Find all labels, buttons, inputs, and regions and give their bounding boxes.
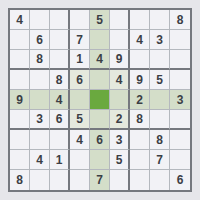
cell-r8c7[interactable] [130, 150, 150, 170]
cell-r2c1[interactable] [10, 30, 30, 50]
cell-r7c7[interactable] [130, 130, 150, 150]
cell-r9c7[interactable] [130, 170, 150, 190]
cell-r3c3[interactable] [50, 50, 70, 70]
cell-r6c4[interactable]: 5 [70, 110, 90, 130]
cell-r6c3[interactable]: 6 [50, 110, 70, 130]
digit: 6 [76, 74, 83, 86]
cell-r8c3[interactable]: 1 [50, 150, 70, 170]
cell-r6c2[interactable]: 3 [30, 110, 50, 130]
cell-r8c9[interactable] [170, 150, 190, 170]
cell-r3c4[interactable]: 1 [70, 50, 90, 70]
digit: 4 [116, 74, 123, 86]
cell-r4c4[interactable]: 6 [70, 70, 90, 90]
digit: 8 [56, 74, 63, 86]
cell-r1c1[interactable]: 4 [10, 10, 30, 30]
digit: 7 [96, 174, 103, 186]
cell-r1c8[interactable] [150, 10, 170, 30]
cell-r7c3[interactable] [50, 130, 70, 150]
digit: 5 [116, 154, 123, 166]
digit: 6 [96, 134, 103, 146]
cell-r4c5[interactable] [90, 70, 110, 90]
cell-r1c5[interactable]: 5 [90, 10, 110, 30]
cell-r5c9[interactable]: 3 [170, 90, 190, 110]
cell-r6c6[interactable]: 2 [110, 110, 130, 130]
cell-r9c8[interactable] [150, 170, 170, 190]
cell-r2c8[interactable]: 3 [150, 30, 170, 50]
cell-r7c8[interactable]: 8 [150, 130, 170, 150]
cell-r9c1[interactable]: 8 [10, 170, 30, 190]
cell-r3c9[interactable] [170, 50, 190, 70]
cell-r9c5[interactable]: 7 [90, 170, 110, 190]
cell-r7c1[interactable] [10, 130, 30, 150]
digit: 1 [56, 154, 63, 166]
digit: 4 [96, 53, 103, 65]
cell-r9c6[interactable] [110, 170, 130, 190]
cell-r6c7[interactable]: 8 [130, 110, 150, 130]
digit: 9 [116, 53, 123, 65]
digit: 5 [156, 74, 163, 86]
digit: 2 [136, 94, 143, 106]
digit: 2 [116, 113, 123, 125]
digit: 9 [136, 74, 143, 86]
cell-r6c8[interactable] [150, 110, 170, 130]
cell-r5c6[interactable] [110, 90, 130, 110]
cell-r1c7[interactable] [130, 10, 150, 30]
cell-r8c2[interactable]: 4 [30, 150, 50, 170]
cell-r2c4[interactable]: 7 [70, 30, 90, 50]
digit: 8 [156, 134, 163, 146]
cell-r9c9[interactable]: 6 [170, 170, 190, 190]
cell-r4c3[interactable]: 8 [50, 70, 70, 90]
cell-r3c1[interactable] [10, 50, 30, 70]
cell-r1c6[interactable] [110, 10, 130, 30]
cell-r9c4[interactable] [70, 170, 90, 190]
cell-r2c2[interactable]: 6 [30, 30, 50, 50]
cell-r7c6[interactable]: 3 [110, 130, 130, 150]
cell-r2c9[interactable] [170, 30, 190, 50]
cell-r8c8[interactable]: 7 [150, 150, 170, 170]
cell-r7c9[interactable] [170, 130, 190, 150]
cell-r4c7[interactable]: 9 [130, 70, 150, 90]
cell-r2c7[interactable]: 4 [130, 30, 150, 50]
cell-r6c5[interactable] [90, 110, 110, 130]
digit: 8 [136, 113, 143, 125]
digit: 8 [16, 174, 23, 186]
digit: 8 [36, 53, 43, 65]
digit: 8 [177, 14, 184, 26]
cell-r5c4[interactable] [70, 90, 90, 110]
digit: 6 [177, 174, 184, 186]
cell-r5c7[interactable]: 2 [130, 90, 150, 110]
cell-r8c1[interactable] [10, 150, 30, 170]
cell-r4c9[interactable] [170, 70, 190, 90]
cell-r8c4[interactable] [70, 150, 90, 170]
digit: 4 [56, 94, 63, 106]
cell-r4c1[interactable] [10, 70, 30, 90]
cell-r3c8[interactable] [150, 50, 170, 70]
cell-r1c4[interactable] [70, 10, 90, 30]
digit: 5 [76, 113, 83, 125]
sudoku-board: 458674381498649594233652846384157876 [8, 8, 192, 192]
digit: 6 [36, 34, 43, 46]
digit: 4 [16, 14, 23, 26]
cell-r3c6[interactable]: 9 [110, 50, 130, 70]
digit: 7 [156, 154, 163, 166]
cell-r8c6[interactable]: 5 [110, 150, 130, 170]
cell-r1c9[interactable]: 8 [170, 10, 190, 30]
digit: 4 [36, 154, 43, 166]
cell-r9c2[interactable] [30, 170, 50, 190]
cell-r1c2[interactable] [30, 10, 50, 30]
cell-r6c9[interactable] [170, 110, 190, 130]
digit: 4 [76, 134, 83, 146]
cell-r8c5[interactable] [90, 150, 110, 170]
cell-r5c3[interactable]: 4 [50, 90, 70, 110]
digit: 1 [76, 53, 83, 65]
cell-r4c8[interactable]: 5 [150, 70, 170, 90]
digit: 5 [96, 14, 103, 26]
cell-r2c5[interactable] [90, 30, 110, 50]
cell-r9c3[interactable] [50, 170, 70, 190]
cell-r4c2[interactable] [30, 70, 50, 90]
digit: 4 [136, 34, 143, 46]
cell-r2c6[interactable] [110, 30, 130, 50]
digit: 3 [116, 134, 123, 146]
cell-r4c6[interactable]: 4 [110, 70, 130, 90]
cell-r7c2[interactable] [30, 130, 50, 150]
cell-r5c2[interactable] [30, 90, 50, 110]
digit: 6 [56, 113, 63, 125]
cell-r6c1[interactable] [10, 110, 30, 130]
cell-r5c8[interactable] [150, 90, 170, 110]
cell-r5c1[interactable]: 9 [10, 90, 30, 110]
digit: 3 [177, 94, 184, 106]
cell-r7c4[interactable]: 4 [70, 130, 90, 150]
sudoku-app: 458674381498649594233652846384157876 [0, 0, 200, 200]
digit: 7 [76, 34, 83, 46]
digit: 9 [16, 94, 23, 106]
cell-r5c5[interactable] [90, 90, 110, 110]
digit: 3 [156, 34, 163, 46]
cell-r2c3[interactable] [50, 30, 70, 50]
cell-r7c5[interactable]: 6 [90, 130, 110, 150]
digit: 3 [36, 113, 43, 125]
cell-r3c5[interactable]: 4 [90, 50, 110, 70]
cell-r3c2[interactable]: 8 [30, 50, 50, 70]
cell-r3c7[interactable] [130, 50, 150, 70]
cell-r1c3[interactable] [50, 10, 70, 30]
